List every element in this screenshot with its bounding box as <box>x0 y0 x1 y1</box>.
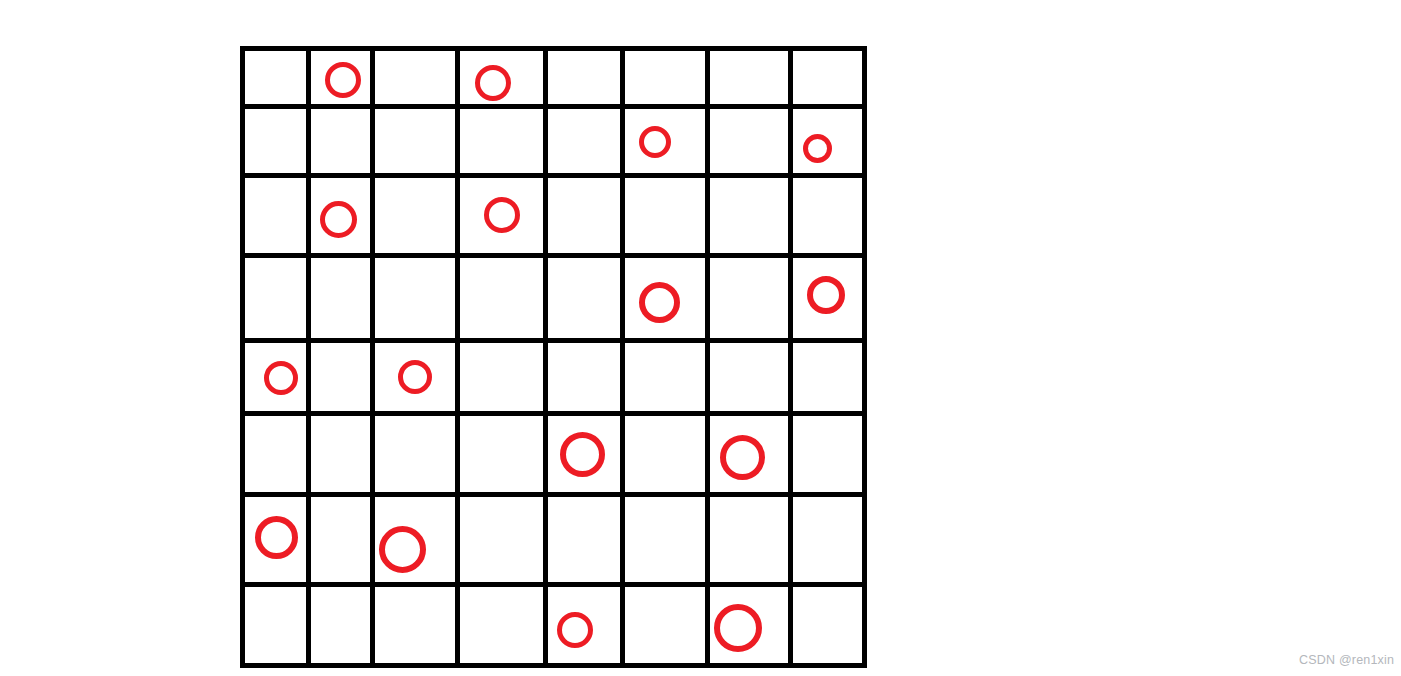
cell-r3c2 <box>311 178 370 253</box>
red-circle-r4c8 <box>807 276 845 314</box>
cell-r1c5 <box>548 51 620 104</box>
cell-r3c3 <box>375 178 455 253</box>
cell-r7c1 <box>245 497 306 582</box>
cell-r8c2 <box>311 587 370 663</box>
cell-r2c8 <box>793 109 862 173</box>
red-circle-r3c4 <box>484 197 520 233</box>
cell-r7c3 <box>375 497 455 582</box>
cell-r2c1 <box>245 109 306 173</box>
cell-r6c3 <box>375 416 455 492</box>
cell-r1c1 <box>245 51 306 104</box>
cell-r2c7 <box>710 109 788 173</box>
cell-r3c7 <box>710 178 788 253</box>
cell-r3c8 <box>793 178 862 253</box>
red-circle-r6c7 <box>720 435 765 480</box>
puzzle-board <box>240 46 867 668</box>
cell-r4c3 <box>375 258 455 338</box>
cell-r1c4 <box>460 51 543 104</box>
cell-r6c7 <box>710 416 788 492</box>
cell-r1c8 <box>793 51 862 104</box>
cell-r7c8 <box>793 497 862 582</box>
red-circle-r8c7 <box>714 604 762 652</box>
red-circle-r4c6 <box>639 282 680 323</box>
red-circle-r5c1 <box>264 361 298 395</box>
cell-r5c7 <box>710 343 788 411</box>
cell-r4c4 <box>460 258 543 338</box>
cell-r2c5 <box>548 109 620 173</box>
cell-r1c7 <box>710 51 788 104</box>
cell-r4c8 <box>793 258 862 338</box>
cell-r1c2 <box>311 51 370 104</box>
cell-r7c6 <box>625 497 705 582</box>
cell-r5c5 <box>548 343 620 411</box>
cell-r4c5 <box>548 258 620 338</box>
red-circle-r3c2 <box>320 201 357 238</box>
cell-r8c5 <box>548 587 620 663</box>
cell-r7c4 <box>460 497 543 582</box>
cell-r5c4 <box>460 343 543 411</box>
cell-r6c1 <box>245 416 306 492</box>
cell-r3c4 <box>460 178 543 253</box>
cell-r6c2 <box>311 416 370 492</box>
cell-r5c1 <box>245 343 306 411</box>
red-circle-r1c4 <box>475 65 511 101</box>
watermark: CSDN @ren1xin <box>1299 653 1394 667</box>
red-circle-r8c5 <box>557 612 593 648</box>
cell-r2c4 <box>460 109 543 173</box>
cell-r2c3 <box>375 109 455 173</box>
cell-r6c5 <box>548 416 620 492</box>
cell-r4c2 <box>311 258 370 338</box>
cell-r8c1 <box>245 587 306 663</box>
cell-r7c2 <box>311 497 370 582</box>
cell-r1c6 <box>625 51 705 104</box>
red-circle-r7c1 <box>255 516 298 559</box>
cell-r5c6 <box>625 343 705 411</box>
cell-r2c2 <box>311 109 370 173</box>
cell-r3c5 <box>548 178 620 253</box>
cell-r4c7 <box>710 258 788 338</box>
cell-r8c4 <box>460 587 543 663</box>
cell-r3c1 <box>245 178 306 253</box>
red-circle-r2c8 <box>803 134 832 163</box>
page: CSDN @ren1xin <box>0 0 1401 676</box>
red-circle-r5c3 <box>398 360 432 394</box>
cell-r7c7 <box>710 497 788 582</box>
red-circle-r6c5 <box>560 432 605 477</box>
cell-r4c1 <box>245 258 306 338</box>
cell-r7c5 <box>548 497 620 582</box>
cell-r2c6 <box>625 109 705 173</box>
red-circle-r1c2 <box>325 62 361 98</box>
red-circle-r2c6 <box>639 126 671 158</box>
cell-r1c3 <box>375 51 455 104</box>
cell-r6c6 <box>625 416 705 492</box>
cell-r4c6 <box>625 258 705 338</box>
cell-r6c4 <box>460 416 543 492</box>
cell-r8c6 <box>625 587 705 663</box>
cell-r5c2 <box>311 343 370 411</box>
cell-r5c8 <box>793 343 862 411</box>
cell-r8c3 <box>375 587 455 663</box>
cell-r5c3 <box>375 343 455 411</box>
cell-r3c6 <box>625 178 705 253</box>
red-circle-r7c3 <box>379 526 426 573</box>
cell-r6c8 <box>793 416 862 492</box>
cell-r8c7 <box>710 587 788 663</box>
cell-r8c8 <box>793 587 862 663</box>
